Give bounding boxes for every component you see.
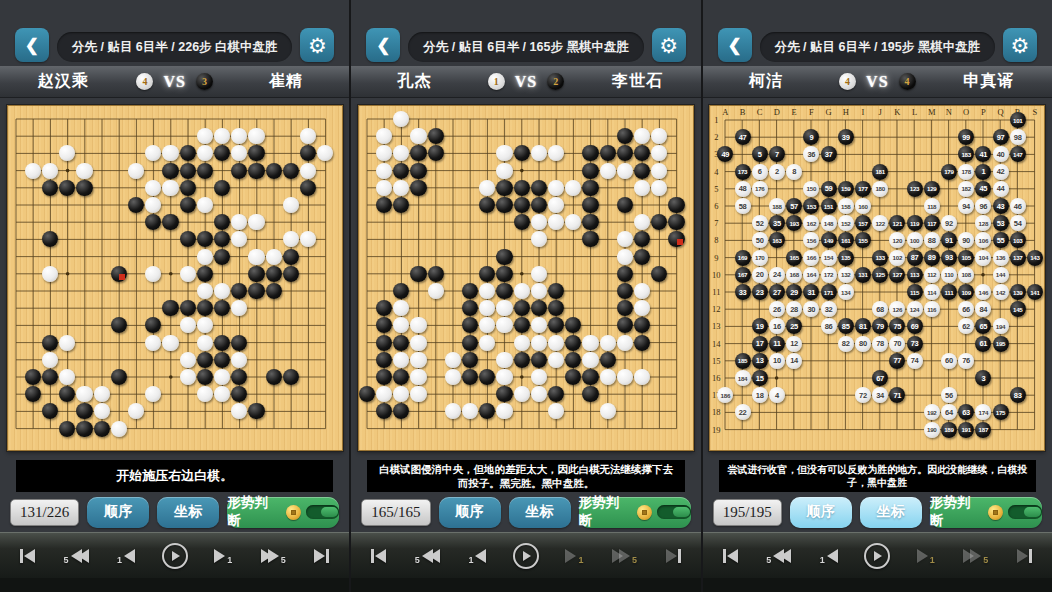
move-number: 185 xyxy=(735,353,751,369)
move-number: 193 xyxy=(786,215,802,231)
order-button[interactable]: 顺序 xyxy=(439,497,501,528)
stone-black xyxy=(76,180,92,196)
move-number: 22 xyxy=(735,404,751,420)
stone-black xyxy=(582,163,598,179)
column-label: M xyxy=(928,107,936,117)
stone-white: 148 xyxy=(821,215,837,231)
move-number: 27 xyxy=(769,284,785,300)
move-number: 181 xyxy=(872,164,888,180)
stone-black xyxy=(668,214,684,230)
move-number: 116 xyxy=(924,301,940,317)
stone-white: 42 xyxy=(993,164,1009,180)
stone-black xyxy=(496,197,512,213)
move-number: 92 xyxy=(941,215,957,231)
commentary-bar: 尝试进行收官，但没有可以反败为胜的地方。因此没能继续，白棋投子，黑中盘胜 xyxy=(719,460,1036,492)
black-wins-badge: 3 xyxy=(196,73,213,90)
stone-black xyxy=(410,163,426,179)
stone-black xyxy=(248,283,264,299)
stone-black: 113 xyxy=(907,267,923,283)
bottom-filler xyxy=(0,578,349,592)
column-label: A xyxy=(722,107,728,117)
white-wins-badge: 4 xyxy=(839,73,856,90)
move-number: 184 xyxy=(735,370,751,386)
stone-white: 44 xyxy=(993,181,1009,197)
stone-white: 90 xyxy=(958,232,974,248)
move-number: 155 xyxy=(855,232,871,248)
stone-black: 99 xyxy=(958,129,974,145)
player-bar: 孔杰 1 VS 2 李世石 xyxy=(351,66,700,98)
gear-icon: ⚙ xyxy=(659,35,678,56)
row-label: 6 xyxy=(714,201,718,211)
judge-toggle[interactable] xyxy=(657,505,691,519)
stone-black: 127 xyxy=(889,267,905,283)
stone-black: 123 xyxy=(907,181,923,197)
move-number: 70 xyxy=(889,336,905,352)
move-number: 160 xyxy=(855,198,871,214)
stone-white: 32 xyxy=(821,301,837,317)
move-number: 23 xyxy=(752,284,768,300)
stone-black: 171 xyxy=(821,284,837,300)
column-label: F xyxy=(809,107,814,117)
skip-to-start-button[interactable] xyxy=(20,549,35,563)
left-player-name: 柯洁 xyxy=(703,71,829,92)
stone-white: 92 xyxy=(941,215,957,231)
move-number: 173 xyxy=(735,164,751,180)
stone-white: 64 xyxy=(941,404,957,420)
move-number: 52 xyxy=(752,215,768,231)
back-button[interactable]: ❮ xyxy=(718,28,752,62)
move-number: 128 xyxy=(975,215,991,231)
move-number: 150 xyxy=(803,181,819,197)
stone-white: 6 xyxy=(752,164,768,180)
move-number: 98 xyxy=(1010,129,1026,145)
stone-black: 83 xyxy=(1010,387,1026,403)
stone-white xyxy=(300,163,316,179)
move-number: 86 xyxy=(821,318,837,334)
go-board[interactable] xyxy=(358,105,694,451)
move-number: 152 xyxy=(838,215,854,231)
stone-white xyxy=(617,369,633,385)
move-number: 139 xyxy=(1010,284,1026,300)
move-number: 55 xyxy=(993,232,1009,248)
row-label: 15 xyxy=(712,356,721,366)
stone-white: 46 xyxy=(1010,198,1026,214)
move-number: 164 xyxy=(803,267,819,283)
stone-black xyxy=(197,163,213,179)
player-bar: 赵汉乘 4 VS 3 崔精 xyxy=(0,66,349,98)
coordinates-button[interactable]: 坐标 xyxy=(860,497,922,528)
stone-white: 106 xyxy=(975,232,991,248)
top-bar: ❮ 分先 / 贴目 6目半 / 226步 白棋中盘胜 ⚙ xyxy=(0,0,349,66)
stone-white: 158 xyxy=(838,198,854,214)
stone-black xyxy=(248,163,264,179)
stone-black: 3 xyxy=(975,370,991,386)
stone-white: 88 xyxy=(924,232,940,248)
playback-bar: 5 1 1 5 xyxy=(703,532,1052,578)
stone-black: 13 xyxy=(752,353,768,369)
forward-1-button[interactable]: 1 xyxy=(565,549,585,563)
white-wins-badge: 1 xyxy=(488,73,505,90)
stone-white: 180 xyxy=(872,181,888,197)
stone-black: 175 xyxy=(993,404,1009,420)
move-number: 176 xyxy=(752,181,768,197)
rewind-5-button[interactable]: 5 xyxy=(764,549,791,563)
move-number: 117 xyxy=(924,215,940,231)
column-label: C xyxy=(757,107,763,117)
move-number: 191 xyxy=(958,422,974,438)
stone-white: 156 xyxy=(803,232,819,248)
stone-black xyxy=(76,421,92,437)
stone-white: 66 xyxy=(958,301,974,317)
move-number: 148 xyxy=(821,215,837,231)
stone-white xyxy=(445,369,461,385)
move-number: 133 xyxy=(872,250,888,266)
stone-black xyxy=(428,266,444,282)
stone-black: 87 xyxy=(907,250,923,266)
row-label: 12 xyxy=(712,304,721,314)
move-number: 48 xyxy=(735,181,751,197)
white-wins-badge: 4 xyxy=(136,73,153,90)
move-number: 125 xyxy=(872,267,888,283)
stone-white xyxy=(514,283,530,299)
stone-white xyxy=(514,335,530,351)
move-number: 13 xyxy=(752,353,768,369)
stone-white: 40 xyxy=(993,146,1009,162)
stone-black: 119 xyxy=(907,215,923,231)
stone-black: 31 xyxy=(803,284,819,300)
column-label: K xyxy=(894,107,900,117)
move-number: 82 xyxy=(838,336,854,352)
order-button[interactable]: 顺序 xyxy=(790,497,852,528)
move-number: 121 xyxy=(889,215,905,231)
stone-black xyxy=(496,180,512,196)
game-panel-2: ❮ 分先 / 贴目 6目半 / 165步 黑棋中盘胜 ⚙ 孔杰 1 VS 2 李… xyxy=(349,0,700,592)
stone-white: 98 xyxy=(1010,129,1026,145)
stone-black xyxy=(582,197,598,213)
stone-black xyxy=(180,197,196,213)
stone-black: 161 xyxy=(838,232,854,248)
stone-black xyxy=(42,180,58,196)
game-panel-3: ❮ 分先 / 贴目 6目半 / 195步 黑棋中盘胜 ⚙ 柯洁 4 VS 4 申… xyxy=(701,0,1052,592)
stone-black xyxy=(180,300,196,316)
back-1-button[interactable]: 1 xyxy=(115,549,135,563)
stone-black: 37 xyxy=(821,146,837,162)
settings-button[interactable]: ⚙ xyxy=(1003,28,1037,62)
forward-5-button[interactable]: 5 xyxy=(261,549,288,563)
move-number: 179 xyxy=(941,164,957,180)
stone-black xyxy=(231,335,247,351)
stone-white xyxy=(617,163,633,179)
stone-black xyxy=(668,197,684,213)
stone-black xyxy=(214,249,230,265)
stone-white xyxy=(582,352,598,368)
stone-white xyxy=(42,266,58,282)
stone-white: 188 xyxy=(769,198,785,214)
skip-to-end-button[interactable] xyxy=(1017,549,1032,563)
column-label: Q xyxy=(997,107,1003,117)
skip-to-end-button[interactable] xyxy=(666,549,681,563)
move-number: 174 xyxy=(975,404,991,420)
move-number: 41 xyxy=(975,146,991,162)
move-number: 83 xyxy=(1010,387,1026,403)
stone-black xyxy=(514,300,530,316)
stone-black: 65 xyxy=(975,318,991,334)
stone-white: 166 xyxy=(803,250,819,266)
move-number: 59 xyxy=(821,181,837,197)
stone-white xyxy=(600,163,616,179)
move-number: 85 xyxy=(838,318,854,334)
move-number: 17 xyxy=(752,336,768,352)
move-number: 170 xyxy=(752,250,768,266)
stone-white: 86 xyxy=(821,318,837,334)
stone-black: 25 xyxy=(786,318,802,334)
move-number: 169 xyxy=(735,250,751,266)
move-number: 6 xyxy=(752,164,768,180)
position-judge-button[interactable]: 形势判断 xyxy=(930,497,1042,528)
stone-white: 132 xyxy=(838,267,854,283)
column-label: D xyxy=(774,107,780,117)
stone-white xyxy=(600,335,616,351)
toggle-knob xyxy=(673,507,690,517)
row-label: 16 xyxy=(712,373,721,383)
move-number: 62 xyxy=(958,318,974,334)
judge-label: 形势判断 xyxy=(930,494,984,530)
play-button[interactable] xyxy=(864,543,890,569)
column-label: I xyxy=(861,107,864,117)
forward-5-button[interactable]: 5 xyxy=(963,549,990,563)
back-icon: ❮ xyxy=(728,37,742,54)
right-player-name: 申真谞 xyxy=(926,71,1052,92)
stone-black: 157 xyxy=(855,215,871,231)
move-number: 123 xyxy=(907,181,923,197)
stone-black xyxy=(582,145,598,161)
stone-black: 125 xyxy=(872,267,888,283)
stone-white: 104 xyxy=(975,250,991,266)
gear-icon: ⚙ xyxy=(1011,35,1030,56)
go-board[interactable] xyxy=(7,105,343,451)
move-number: 163 xyxy=(769,232,785,248)
forward-5-button[interactable]: 5 xyxy=(612,549,639,563)
move-number: 63 xyxy=(958,404,974,420)
move-number: 73 xyxy=(907,336,923,352)
move-number: 129 xyxy=(924,181,940,197)
back-icon: ❮ xyxy=(376,37,390,54)
play-button[interactable] xyxy=(162,543,188,569)
stone-black xyxy=(617,283,633,299)
stone-black: 137 xyxy=(1010,250,1026,266)
stone-black xyxy=(582,231,598,247)
move-number: 154 xyxy=(821,250,837,266)
right-player-name: 崔精 xyxy=(223,71,349,92)
stone-black: 67 xyxy=(872,370,888,386)
stone-white xyxy=(145,335,161,351)
stone-white: 162 xyxy=(803,215,819,231)
move-number: 109 xyxy=(958,284,974,300)
stone-black xyxy=(600,352,616,368)
move-number: 192 xyxy=(924,404,940,420)
stone-white xyxy=(410,317,426,333)
stone-white xyxy=(197,335,213,351)
move-counter: 165/165 xyxy=(361,499,430,526)
stone-black: 115 xyxy=(907,284,923,300)
stone-black: 73 xyxy=(907,336,923,352)
stone-white xyxy=(496,145,512,161)
stone-white xyxy=(410,352,426,368)
stone-black: 17 xyxy=(752,336,768,352)
move-number: 137 xyxy=(1010,250,1026,266)
black-wins-badge: 2 xyxy=(547,73,564,90)
move-number: 94 xyxy=(958,198,974,214)
skip-to-start-button[interactable] xyxy=(723,549,738,563)
back-button[interactable]: ❮ xyxy=(366,28,400,62)
move-number: 26 xyxy=(769,301,785,317)
settings-button[interactable]: ⚙ xyxy=(652,28,686,62)
move-number: 65 xyxy=(975,318,991,334)
move-number: 101 xyxy=(1010,112,1026,128)
black-wins-badge: 4 xyxy=(899,73,916,90)
move-number: 25 xyxy=(786,318,802,334)
move-number: 177 xyxy=(855,181,871,197)
go-board[interactable]: ABCDEFGHIJKLMNOPQRS123456789101112131415… xyxy=(709,105,1045,451)
stone-black xyxy=(496,266,512,282)
move-number: 7 xyxy=(769,146,785,162)
stone-white xyxy=(496,369,512,385)
commentary-bar: 白棋试图侵消中央，但地的差距太大，因此白棋无法继续撑下去而投子。黑完胜。黑中盘胜… xyxy=(367,460,684,492)
move-number: 91 xyxy=(941,232,957,248)
stone-black xyxy=(514,352,530,368)
stone-black: 39 xyxy=(838,129,854,145)
stone-white: 172 xyxy=(821,267,837,283)
board-area xyxy=(351,98,700,458)
position-judge-button[interactable]: 形势判断 xyxy=(227,497,339,528)
judge-toggle[interactable] xyxy=(1008,505,1042,519)
game-panel-1: ❮ 分先 / 贴目 6目半 / 226步 白棋中盘胜 ⚙ 赵汉乘 4 VS 3 … xyxy=(0,0,349,592)
move-number: 187 xyxy=(975,422,991,438)
move-number: 60 xyxy=(941,353,957,369)
row-label: 19 xyxy=(712,425,721,435)
stone-white: 114 xyxy=(924,284,940,300)
column-label: B xyxy=(740,107,746,117)
rewind-5-button[interactable]: 5 xyxy=(413,549,440,563)
stone-white: 184 xyxy=(735,370,751,386)
stone-black xyxy=(410,266,426,282)
move-number: 44 xyxy=(993,181,1009,197)
stone-white xyxy=(42,352,58,368)
stone-black xyxy=(668,231,684,247)
move-number: 9 xyxy=(803,129,819,145)
stone-white xyxy=(376,163,392,179)
stone-white: 14 xyxy=(786,353,802,369)
stone-white xyxy=(197,249,213,265)
stone-black: 85 xyxy=(838,318,854,334)
vs-label: VS xyxy=(515,73,537,91)
stone-white xyxy=(283,197,299,213)
position-judge-button[interactable]: 形势判断 xyxy=(579,497,691,528)
back-1-button[interactable]: 1 xyxy=(818,549,838,563)
move-number: 190 xyxy=(924,422,940,438)
move-number: 15 xyxy=(752,370,768,386)
stone-black: 195 xyxy=(993,336,1009,352)
order-button[interactable]: 顺序 xyxy=(87,497,149,528)
stone-white: 194 xyxy=(993,318,1009,334)
stone-black: 117 xyxy=(924,215,940,231)
move-number: 90 xyxy=(958,232,974,248)
left-player-name: 赵汉乘 xyxy=(0,71,126,92)
stone-black: 19 xyxy=(752,318,768,334)
forward-1-button[interactable]: 1 xyxy=(214,549,234,563)
back-1-button[interactable]: 1 xyxy=(466,549,486,563)
move-number: 134 xyxy=(838,284,854,300)
move-number: 120 xyxy=(889,232,905,248)
column-label: J xyxy=(878,107,881,117)
back-button[interactable]: ❮ xyxy=(15,28,49,62)
move-number: 194 xyxy=(993,318,1009,334)
move-number: 53 xyxy=(993,215,1009,231)
stone-white xyxy=(376,180,392,196)
stone-black: 1 xyxy=(975,164,991,180)
move-number: 126 xyxy=(889,301,905,317)
move-number: 143 xyxy=(1027,250,1043,266)
stone-black xyxy=(266,369,282,385)
stone-black: 93 xyxy=(941,250,957,266)
stone-black xyxy=(582,180,598,196)
settings-button[interactable]: ⚙ xyxy=(300,28,334,62)
stone-white: 136 xyxy=(993,250,1009,266)
move-number: 167 xyxy=(735,267,751,283)
move-number: 112 xyxy=(924,267,940,283)
judge-toggle[interactable] xyxy=(306,505,340,519)
play-button[interactable] xyxy=(513,543,539,569)
move-number: 11 xyxy=(769,336,785,352)
move-number: 157 xyxy=(855,215,871,231)
rewind-5-button[interactable]: 5 xyxy=(62,549,89,563)
stone-black: 111 xyxy=(941,284,957,300)
row-label: 11 xyxy=(712,287,720,297)
skip-to-end-button[interactable] xyxy=(314,549,329,563)
stone-white: 182 xyxy=(958,181,974,197)
stone-black xyxy=(266,283,282,299)
stone-black xyxy=(180,180,196,196)
stone-white: 164 xyxy=(803,267,819,283)
stone-black xyxy=(162,163,178,179)
stone-black: 11 xyxy=(769,336,785,352)
move-number: 102 xyxy=(889,250,905,266)
stone-white xyxy=(600,369,616,385)
move-number: 31 xyxy=(803,284,819,300)
coordinates-button[interactable]: 坐标 xyxy=(157,497,219,528)
move-number: 104 xyxy=(975,250,991,266)
move-number: 29 xyxy=(786,284,802,300)
stone-white xyxy=(180,352,196,368)
stone-black xyxy=(42,335,58,351)
move-number: 158 xyxy=(838,198,854,214)
move-number: 171 xyxy=(821,284,837,300)
stone-black: 165 xyxy=(786,250,802,266)
stone-black xyxy=(180,163,196,179)
stone-white: 76 xyxy=(958,353,974,369)
stone-black xyxy=(248,266,264,282)
move-number: 54 xyxy=(1010,215,1026,231)
move-number: 42 xyxy=(993,164,1009,180)
stone-white xyxy=(248,128,264,144)
stone-white xyxy=(180,266,196,282)
move-number: 80 xyxy=(855,336,871,352)
coordinates-button[interactable]: 坐标 xyxy=(509,497,571,528)
skip-to-start-button[interactable] xyxy=(371,549,386,563)
forward-1-button[interactable]: 1 xyxy=(917,549,937,563)
stone-black: 163 xyxy=(769,232,785,248)
move-number: 146 xyxy=(975,284,991,300)
